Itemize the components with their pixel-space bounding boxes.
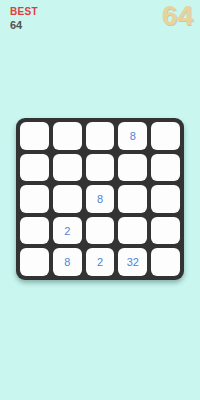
cell-empty [151, 154, 180, 182]
tile-number: 2 [97, 256, 103, 268]
cell-empty [20, 185, 49, 213]
cell-empty [118, 217, 147, 245]
cell-empty [86, 122, 115, 150]
tile-32: 32 [118, 248, 147, 276]
cell-empty [151, 185, 180, 213]
game-screen: BEST 64 64 8828232 [0, 0, 200, 400]
best-score-value: 64 [10, 19, 38, 32]
cell-empty [20, 217, 49, 245]
cell-empty [20, 248, 49, 276]
cell-empty [118, 185, 147, 213]
tile-number: 8 [64, 256, 70, 268]
cell-empty [151, 122, 180, 150]
cell-empty [151, 248, 180, 276]
cell-empty [86, 217, 115, 245]
cell-empty [118, 154, 147, 182]
cell-empty [53, 185, 82, 213]
cell-empty [151, 217, 180, 245]
tile-8: 8 [118, 122, 147, 150]
tile-number: 2 [64, 225, 70, 237]
tile-2: 2 [53, 217, 82, 245]
tile-number: 8 [97, 193, 103, 205]
best-score-block: BEST 64 [10, 6, 38, 31]
cell-empty [20, 154, 49, 182]
tile-number: 8 [130, 130, 136, 142]
cell-empty [53, 122, 82, 150]
cell-empty [86, 154, 115, 182]
tile-2: 2 [86, 248, 115, 276]
best-label: BEST [10, 6, 38, 18]
tile-8: 8 [86, 185, 115, 213]
current-score-value: 64 [162, 0, 193, 32]
tile-8: 8 [53, 248, 82, 276]
cell-empty [53, 154, 82, 182]
game-board[interactable]: 8828232 [16, 118, 184, 280]
board-grid: 8828232 [20, 122, 180, 276]
tile-number: 32 [127, 256, 139, 268]
cell-empty [20, 122, 49, 150]
